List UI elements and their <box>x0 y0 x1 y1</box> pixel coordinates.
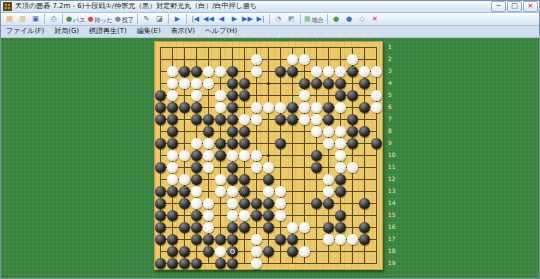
stone-white <box>335 234 346 245</box>
stone-black <box>167 138 178 149</box>
stone-black <box>179 222 190 233</box>
stone-white <box>299 222 310 233</box>
stone-black <box>167 210 178 221</box>
stone-black <box>179 198 190 209</box>
stone-black <box>191 102 202 113</box>
stone-black <box>155 102 166 113</box>
stone-white <box>263 186 274 197</box>
undo-button: ● <box>87 14 93 25</box>
stone-black <box>203 126 214 137</box>
stone-white <box>311 114 322 125</box>
col-label-N: N <box>225 31 237 38</box>
stone-white <box>203 138 214 149</box>
col-label-G: G <box>297 31 309 38</box>
resign-button: ● <box>115 14 121 25</box>
stone-black <box>359 102 370 113</box>
stone-black <box>191 150 202 161</box>
stone-white <box>275 186 286 197</box>
stone-white <box>347 162 358 173</box>
stone-white <box>191 90 202 101</box>
stone-black <box>179 66 190 77</box>
stone-black <box>227 102 238 113</box>
stone-white <box>299 54 310 65</box>
col-label-S: S <box>165 31 177 38</box>
row-label-17: 17 <box>388 235 398 242</box>
mark-icon[interactable]: ◇ <box>357 14 368 25</box>
stone-black <box>167 258 178 269</box>
stone-black <box>155 162 166 173</box>
stone-white <box>239 210 250 221</box>
stone-white <box>347 234 358 245</box>
stone-blue-icon[interactable]: ● <box>344 14 355 25</box>
stone-white <box>203 162 214 173</box>
col-label-A: A <box>369 31 381 38</box>
stone-white <box>311 102 322 113</box>
toolbar-separator <box>186 14 187 24</box>
stone-black <box>239 198 250 209</box>
stone-white <box>347 54 358 65</box>
stone-white <box>323 174 334 185</box>
board-column-labels: TSRQPONMLKJHGFEDCBA <box>154 31 383 39</box>
forward-button[interactable]: ▶ <box>229 14 240 25</box>
stone-white <box>371 66 382 77</box>
stone-white <box>335 150 346 161</box>
stone-black <box>167 234 178 245</box>
pass-button[interactable]: ●パス <box>66 14 85 25</box>
stone-white <box>323 186 334 197</box>
col-label-O: O <box>213 31 225 38</box>
stone-black <box>227 78 238 89</box>
stone-black <box>227 126 238 137</box>
stone-black <box>347 66 358 77</box>
stone-black <box>155 234 166 245</box>
stone-black <box>191 258 202 269</box>
toolbar-separator <box>62 14 63 24</box>
stone-black <box>239 222 250 233</box>
stone-white <box>203 222 214 233</box>
undo-button-label: 待った <box>95 14 113 25</box>
stone-black <box>239 138 250 149</box>
stone-black <box>179 246 190 257</box>
row-label-8: 8 <box>388 127 398 134</box>
row-label-1: 1 <box>388 43 398 50</box>
close-board-icon[interactable]: ✕ <box>370 14 381 25</box>
forward-10-button: ▶▶ <box>242 14 253 25</box>
minimize-button[interactable]: ─ <box>491 1 506 12</box>
stone-black <box>227 174 238 185</box>
col-label-F: F <box>309 31 321 38</box>
stone-black <box>155 258 166 269</box>
last-move-marker <box>230 249 235 254</box>
stone-white <box>215 102 226 113</box>
app-window: 天頂の囲碁 7.2m - 6)十段戦①/仲宗元（黒）対定野光丸（白）/白中押し勝… <box>0 0 540 279</box>
stone-black <box>263 174 274 185</box>
stone-black <box>227 234 238 245</box>
stone-black <box>311 78 322 89</box>
stone-white <box>167 174 178 185</box>
stone-white <box>239 114 250 125</box>
stone-white <box>179 174 190 185</box>
stone-white <box>335 66 346 77</box>
stone-white <box>179 78 190 89</box>
stone-white <box>299 102 310 113</box>
col-label-R: R <box>177 31 189 38</box>
col-label-C: C <box>345 31 357 38</box>
stone-black <box>227 258 238 269</box>
stone-black <box>275 138 286 149</box>
row-label-2: 2 <box>388 55 398 62</box>
first-move-button: |◀ <box>192 14 200 25</box>
stone-white <box>251 102 262 113</box>
stone-white <box>275 210 286 221</box>
stone-black <box>287 246 298 257</box>
stone-white <box>371 102 382 113</box>
stone-black <box>179 258 190 269</box>
stone-white <box>167 66 178 77</box>
stone-white <box>215 66 226 77</box>
title-bar: 天頂の囲碁 7.2m - 6)十段戦①/仲宗元（黒）対定野光丸（白）/白中押し勝… <box>1 1 539 13</box>
col-label-H: H <box>285 31 297 38</box>
open-folder-icon[interactable]: ▥ <box>17 14 28 25</box>
stone-white <box>167 162 178 173</box>
stone-black <box>335 186 346 197</box>
stone-black <box>155 114 166 125</box>
territory-button: ▦ <box>304 14 311 25</box>
stone-black <box>167 114 178 125</box>
stone-black <box>287 234 298 245</box>
stone-white <box>287 54 298 65</box>
stone-black <box>191 162 202 173</box>
stone-white <box>179 150 190 161</box>
toolbar-separator <box>269 14 270 24</box>
toolbar-separator <box>137 14 138 24</box>
menu-item-1[interactable]: 対局(G) <box>49 26 84 37</box>
stone-black <box>215 258 226 269</box>
stone-white <box>299 246 310 257</box>
stone-white <box>251 114 262 125</box>
stone-black <box>335 210 346 221</box>
stone-black <box>155 138 166 149</box>
print-icon[interactable]: ⎙ <box>48 14 59 25</box>
stone-black <box>251 198 262 209</box>
stone-black <box>347 114 358 125</box>
stone-white <box>335 126 346 137</box>
stone-black <box>191 174 202 185</box>
stone-green-icon: ● <box>333 14 339 25</box>
stone-black <box>359 222 370 233</box>
col-label-E: E <box>321 31 333 38</box>
stone-white <box>371 90 382 101</box>
stone-black <box>155 210 166 221</box>
close-button[interactable]: ✕ <box>523 1 538 12</box>
stone-black <box>167 102 178 113</box>
row-label-6: 6 <box>388 103 398 110</box>
stone-black <box>263 222 274 233</box>
stone-black <box>263 246 274 257</box>
stone-white <box>203 78 214 89</box>
stone-black <box>311 162 322 173</box>
stone-black <box>287 66 298 77</box>
stone-white <box>251 162 262 173</box>
stone-white <box>227 198 238 209</box>
stone-black <box>239 186 250 197</box>
menu-item-0[interactable]: ファイル(F) <box>1 26 49 37</box>
stone-white <box>323 138 334 149</box>
stone-black <box>359 78 370 89</box>
row-label-5: 5 <box>388 91 398 98</box>
stone-black <box>275 114 286 125</box>
pen-icon[interactable]: ✎ <box>141 14 152 25</box>
stone-black <box>155 186 166 197</box>
stone-black <box>227 162 238 173</box>
stone-white <box>167 78 178 89</box>
save-icon: ▣ <box>32 14 39 25</box>
last-move-button[interactable]: ▶| <box>255 14 266 25</box>
play-button: ▶ <box>175 14 180 25</box>
eraser-icon[interactable]: ◪ <box>154 14 165 25</box>
stone-white <box>227 150 238 161</box>
forward-10-button[interactable]: ▶▶ <box>242 14 253 25</box>
stone-black <box>191 114 202 125</box>
stone-white <box>323 66 334 77</box>
stone-white <box>215 246 226 257</box>
app-icon <box>3 2 12 11</box>
stone-white <box>215 174 226 185</box>
stone-black <box>323 198 334 209</box>
stone-black <box>371 138 382 149</box>
stone-white <box>311 66 322 77</box>
row-label-3: 3 <box>388 67 398 74</box>
stone-black <box>203 246 214 257</box>
stone-black <box>311 150 322 161</box>
eraser-icon: ◪ <box>156 14 163 25</box>
stone-white <box>263 102 274 113</box>
stone-white <box>251 258 262 269</box>
mark-icon: ◇ <box>359 14 364 25</box>
stone-white <box>263 162 274 173</box>
stone-black <box>359 234 370 245</box>
stone-black <box>335 90 346 101</box>
stone-black <box>335 222 346 233</box>
col-label-B: B <box>357 31 369 38</box>
pen-icon: ✎ <box>143 14 149 25</box>
stone-black <box>275 66 286 77</box>
board-grid[interactable] <box>160 47 377 264</box>
stone-black <box>191 222 202 233</box>
territory-button[interactable]: ▦地合 <box>304 14 324 25</box>
window-title: 天頂の囲碁 7.2m - 6)十段戦①/仲宗元（黒）対定野光丸（白）/白中押し勝… <box>15 1 491 12</box>
stone-white <box>203 66 214 77</box>
new-file-icon: ▤ <box>6 14 13 25</box>
stone-white <box>191 138 202 149</box>
stone-black <box>227 90 238 101</box>
stone-black <box>215 114 226 125</box>
row-label-16: 16 <box>388 223 398 230</box>
stone-black <box>359 126 370 137</box>
col-label-M: M <box>237 31 249 38</box>
forward-button: ▶ <box>232 14 237 25</box>
first-move-button[interactable]: |◀ <box>190 14 201 25</box>
stone-black <box>323 102 334 113</box>
stone-white <box>287 222 298 233</box>
stone-black <box>191 234 202 245</box>
stone-black <box>203 234 214 245</box>
graph-icon: ◩ <box>288 14 295 25</box>
stone-black <box>227 114 238 125</box>
stone-black <box>299 78 310 89</box>
new-file-icon[interactable]: ▤ <box>4 14 15 25</box>
row-label-19: 19 <box>388 259 398 266</box>
stone-white <box>275 102 286 113</box>
stone-white <box>359 66 370 77</box>
stone-black <box>359 198 370 209</box>
stone-black <box>347 138 358 149</box>
maximize-button[interactable]: □ <box>507 1 522 12</box>
stone-black <box>263 198 274 209</box>
stone-black <box>323 222 334 233</box>
stone-white <box>191 78 202 89</box>
stone-white <box>215 186 226 197</box>
resign-button[interactable]: ●投了 <box>115 14 134 25</box>
stone-black <box>239 126 250 137</box>
stone-black <box>179 186 190 197</box>
stone-black <box>167 246 178 257</box>
back-10-button: ◀◀ <box>203 14 214 25</box>
stone-black <box>203 114 214 125</box>
territory-button-label: 地合 <box>312 14 324 25</box>
row-label-18: 18 <box>388 247 398 254</box>
toolbar-separator <box>327 14 328 24</box>
play-button[interactable]: ▶ <box>172 14 183 25</box>
stone-black <box>239 174 250 185</box>
col-label-Q: Q <box>189 31 201 38</box>
stone-black <box>347 126 358 137</box>
stone-black <box>275 234 286 245</box>
undo-button[interactable]: ●待った <box>87 14 112 25</box>
stone-black <box>227 138 238 149</box>
toolbar-separator <box>44 14 45 24</box>
stone-black <box>179 102 190 113</box>
stone-white <box>203 210 214 221</box>
toolbar-separator <box>300 14 301 24</box>
toolbar: ▤▥▣⎙●パス●待った●投了✎◪▶|◀◀◀◀▶▶▶▶|◔◩▦地合●●◇✕ <box>1 13 539 26</box>
stone-black <box>323 78 334 89</box>
resign-button-label: 投了 <box>122 14 134 25</box>
stone-black <box>239 78 250 89</box>
zoom-icon: ◔ <box>275 14 281 25</box>
pass-button: ● <box>66 14 72 25</box>
stone-black <box>227 66 238 77</box>
stone-black <box>191 210 202 221</box>
back-10-button[interactable]: ◀◀ <box>203 14 214 25</box>
stone-white <box>191 198 202 209</box>
stone-white <box>215 90 226 101</box>
table-background: TSRQPONMLKJHGFEDCBA 12345678910111213141… <box>1 38 539 278</box>
col-label-K: K <box>261 31 273 38</box>
stone-white <box>335 138 346 149</box>
col-label-P: P <box>201 31 213 38</box>
col-label-T: T <box>153 31 165 38</box>
row-label-7: 7 <box>388 115 398 122</box>
stone-black <box>287 102 298 113</box>
col-label-D: D <box>333 31 345 38</box>
save-icon[interactable]: ▣ <box>30 14 41 25</box>
stone-white <box>191 186 202 197</box>
stone-white <box>299 90 310 101</box>
last-move-button: ▶| <box>257 14 265 25</box>
open-folder-icon: ▥ <box>19 14 26 25</box>
stone-white <box>227 210 238 221</box>
stone-white <box>227 186 238 197</box>
stone-black <box>227 246 238 257</box>
row-label-15: 15 <box>388 211 398 218</box>
stone-black <box>155 90 166 101</box>
stone-black <box>287 114 298 125</box>
stone-black <box>239 90 250 101</box>
stone-black <box>191 66 202 77</box>
go-board[interactable] <box>154 41 383 270</box>
board-row-labels: 12345678910111213141516171819 <box>386 41 396 270</box>
star-point <box>267 154 270 157</box>
stone-white <box>311 126 322 137</box>
stone-black <box>215 150 226 161</box>
stone-black <box>311 198 322 209</box>
stone-white <box>203 198 214 209</box>
pass-button-label: パス <box>73 14 85 25</box>
stone-white <box>203 150 214 161</box>
stone-white <box>323 126 334 137</box>
row-label-12: 12 <box>388 175 398 182</box>
stone-white <box>167 150 178 161</box>
row-label-4: 4 <box>388 79 398 86</box>
stone-white <box>299 114 310 125</box>
stone-black <box>215 138 226 149</box>
back-button[interactable]: ◀ <box>216 14 227 25</box>
stone-green-icon[interactable]: ● <box>331 14 342 25</box>
stone-white <box>167 90 178 101</box>
stone-white <box>251 234 262 245</box>
stone-black <box>251 210 262 221</box>
stone-black <box>155 198 166 209</box>
col-label-J: J <box>273 31 285 38</box>
stone-white <box>251 150 262 161</box>
stone-blue-icon: ● <box>346 14 352 25</box>
row-label-9: 9 <box>388 139 398 146</box>
col-label-L: L <box>249 31 261 38</box>
stone-white <box>275 198 286 209</box>
back-button: ◀ <box>219 14 224 25</box>
stone-white <box>251 246 262 257</box>
zoom-icon[interactable]: ◔ <box>273 14 284 25</box>
stone-black <box>335 78 346 89</box>
stone-white <box>251 54 262 65</box>
menu-item-2[interactable]: 棋譜再生(T) <box>84 26 132 37</box>
stone-white <box>239 150 250 161</box>
print-icon: ⎙ <box>51 14 57 25</box>
row-label-13: 13 <box>388 187 398 194</box>
stone-black <box>227 222 238 233</box>
stone-black <box>347 90 358 101</box>
graph-icon[interactable]: ◩ <box>286 14 297 25</box>
stone-white <box>335 162 346 173</box>
stone-white <box>251 66 262 77</box>
stone-white <box>335 102 346 113</box>
close-board-icon: ✕ <box>372 14 378 25</box>
stone-black <box>167 186 178 197</box>
stone-black <box>215 234 226 245</box>
toolbar-separator <box>168 14 169 24</box>
row-label-10: 10 <box>388 151 398 158</box>
